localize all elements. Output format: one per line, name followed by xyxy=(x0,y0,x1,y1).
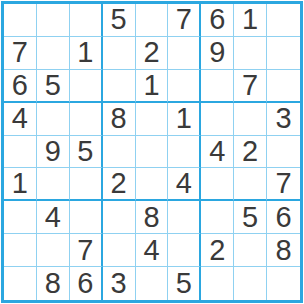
cell-r7c1[interactable] xyxy=(4,201,37,234)
cell-r8c7[interactable]: 2 xyxy=(201,234,234,267)
cell-r7c3[interactable] xyxy=(70,201,103,234)
cell-r4c3[interactable] xyxy=(70,103,103,136)
cell-r5c6[interactable] xyxy=(168,136,201,169)
cell-r5c1[interactable] xyxy=(4,136,37,169)
cell-r1c7[interactable]: 6 xyxy=(201,4,234,37)
cell-r5c7[interactable]: 4 xyxy=(201,136,234,169)
cell-r5c2[interactable]: 9 xyxy=(37,136,70,169)
cell-r5c4[interactable] xyxy=(103,136,136,169)
cell-r3c8[interactable]: 7 xyxy=(234,70,267,103)
cell-r2c4[interactable] xyxy=(103,37,136,70)
cell-r9c2[interactable]: 8 xyxy=(37,267,70,300)
cell-r3c5[interactable]: 1 xyxy=(136,70,169,103)
cell-r6c4[interactable]: 2 xyxy=(103,168,136,201)
cell-r2c8[interactable] xyxy=(234,37,267,70)
cell-r8c9[interactable]: 8 xyxy=(267,234,300,267)
cell-r7c8[interactable]: 5 xyxy=(234,201,267,234)
cell-r3c6[interactable] xyxy=(168,70,201,103)
cell-r9c7[interactable] xyxy=(201,267,234,300)
cell-r3c3[interactable] xyxy=(70,70,103,103)
cell-r2c7[interactable]: 9 xyxy=(201,37,234,70)
cell-r3c9[interactable] xyxy=(267,70,300,103)
cell-r9c8[interactable] xyxy=(234,267,267,300)
cell-r8c2[interactable] xyxy=(37,234,70,267)
cell-r4c9[interactable]: 3 xyxy=(267,103,300,136)
cell-r8c8[interactable] xyxy=(234,234,267,267)
cell-r4c8[interactable] xyxy=(234,103,267,136)
cell-r7c4[interactable] xyxy=(103,201,136,234)
cell-r9c1[interactable] xyxy=(4,267,37,300)
cell-r2c3[interactable]: 1 xyxy=(70,37,103,70)
cell-r6c2[interactable] xyxy=(37,168,70,201)
cell-r2c6[interactable] xyxy=(168,37,201,70)
cell-r3c1[interactable]: 6 xyxy=(4,70,37,103)
cell-r5c3[interactable]: 5 xyxy=(70,136,103,169)
cell-r4c6[interactable]: 1 xyxy=(168,103,201,136)
cell-r9c5[interactable] xyxy=(136,267,169,300)
cell-r5c5[interactable] xyxy=(136,136,169,169)
cell-r7c9[interactable]: 6 xyxy=(267,201,300,234)
cell-r6c8[interactable] xyxy=(234,168,267,201)
cell-r7c7[interactable] xyxy=(201,201,234,234)
cell-r2c5[interactable]: 2 xyxy=(136,37,169,70)
cell-r7c2[interactable]: 4 xyxy=(37,201,70,234)
sudoku-board: 576171296517481395421247485674288635 xyxy=(1,1,303,303)
cell-r2c9[interactable] xyxy=(267,37,300,70)
cell-r6c3[interactable] xyxy=(70,168,103,201)
cell-r8c4[interactable] xyxy=(103,234,136,267)
cell-r8c1[interactable] xyxy=(4,234,37,267)
cell-r5c8[interactable]: 2 xyxy=(234,136,267,169)
cell-r8c5[interactable]: 4 xyxy=(136,234,169,267)
cell-r3c2[interactable]: 5 xyxy=(37,70,70,103)
cell-r6c1[interactable]: 1 xyxy=(4,168,37,201)
cell-r6c5[interactable] xyxy=(136,168,169,201)
cell-r1c9[interactable] xyxy=(267,4,300,37)
cell-r7c6[interactable] xyxy=(168,201,201,234)
cell-r9c6[interactable]: 5 xyxy=(168,267,201,300)
cell-r6c6[interactable]: 4 xyxy=(168,168,201,201)
cell-r4c5[interactable] xyxy=(136,103,169,136)
cell-r8c3[interactable]: 7 xyxy=(70,234,103,267)
cell-r4c1[interactable]: 4 xyxy=(4,103,37,136)
cell-r5c9[interactable] xyxy=(267,136,300,169)
cell-r3c4[interactable] xyxy=(103,70,136,103)
sudoku-board-container: 576171296517481395421247485674288635 xyxy=(0,0,304,304)
cell-r8c6[interactable] xyxy=(168,234,201,267)
cell-r1c5[interactable] xyxy=(136,4,169,37)
cell-r1c4[interactable]: 5 xyxy=(103,4,136,37)
cell-r1c8[interactable]: 1 xyxy=(234,4,267,37)
cell-r4c4[interactable]: 8 xyxy=(103,103,136,136)
cell-r9c4[interactable]: 3 xyxy=(103,267,136,300)
cell-r9c9[interactable] xyxy=(267,267,300,300)
cell-r4c7[interactable] xyxy=(201,103,234,136)
cell-r1c2[interactable] xyxy=(37,4,70,37)
cell-r9c3[interactable]: 6 xyxy=(70,267,103,300)
cell-r2c2[interactable] xyxy=(37,37,70,70)
cell-r1c3[interactable] xyxy=(70,4,103,37)
cell-r3c7[interactable] xyxy=(201,70,234,103)
cell-r2c1[interactable]: 7 xyxy=(4,37,37,70)
cell-r7c5[interactable]: 8 xyxy=(136,201,169,234)
cell-r1c6[interactable]: 7 xyxy=(168,4,201,37)
cell-r6c7[interactable] xyxy=(201,168,234,201)
cell-r6c9[interactable]: 7 xyxy=(267,168,300,201)
cell-r1c1[interactable] xyxy=(4,4,37,37)
cell-r4c2[interactable] xyxy=(37,103,70,136)
